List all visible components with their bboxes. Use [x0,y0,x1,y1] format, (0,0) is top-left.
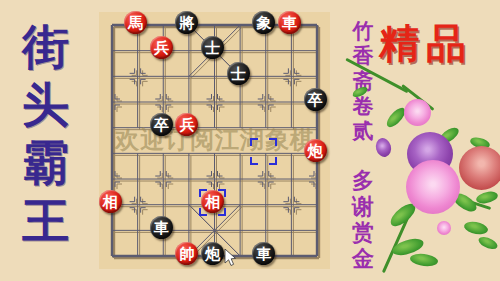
pink-rose-icon [406,160,460,214]
leaf-icon [469,135,491,152]
piece-black-soldier[interactable]: 卒 [304,88,327,111]
page-title: 街头霸王 [22,18,69,250]
leaf-icon [463,219,490,238]
leaf-icon [383,105,408,129]
mouse-cursor [224,249,238,267]
purple-rose-icon [407,132,453,176]
piece-black-advisor[interactable]: 士 [227,62,250,85]
channel-watermark: 欢迎订阅江湖象棋 [109,124,321,156]
red-rose-icon [459,146,500,190]
piece-red-general[interactable]: 帥 [175,242,198,265]
book-volume-label: 竹香斋卷贰 [349,18,377,143]
leaf-icon [391,237,425,257]
piece-black-advisor[interactable]: 士 [201,36,224,59]
piece-red-cannon[interactable]: 炮 [304,139,327,162]
piece-black-chariot[interactable]: 車 [252,242,275,265]
leaf-icon [437,125,462,145]
piece-black-elephant[interactable]: 象 [252,11,275,34]
piece-black-chariot[interactable]: 車 [150,216,173,239]
leaf-icon [477,234,499,253]
leaf-icon [475,191,498,205]
pink-rosebud-icon [437,221,451,235]
piece-red-chariot[interactable]: 車 [278,11,301,34]
leaf-icon [409,251,439,269]
thanks-label: 多谢赏金 [349,168,377,272]
xiangqi-puzzle-screen: 欢迎订阅江湖象棋 馬車兵兵炮相相帥將象士士卒卒車炮車 街头霸王 精品 竹香斋卷贰… [0,0,500,281]
piece-black-cannon[interactable]: 炮 [201,242,224,265]
premium-label: 精品 [379,16,473,71]
leaf-icon [387,201,420,230]
piece-red-elephant[interactable]: 相 [99,190,122,213]
piece-red-soldier[interactable]: 兵 [150,36,173,59]
leaf-icon [451,189,479,216]
piece-red-horse[interactable]: 馬 [124,11,147,34]
piece-black-general[interactable]: 將 [175,11,198,34]
piece-black-soldier[interactable]: 卒 [150,113,173,136]
small-pink-rose-icon [404,99,431,126]
